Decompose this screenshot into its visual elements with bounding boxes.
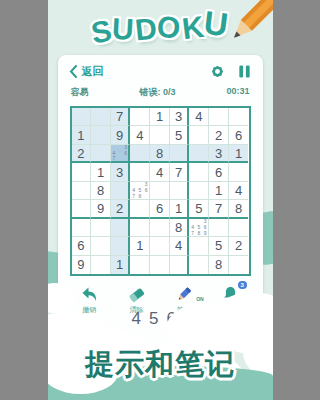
nav-bar: 返回 bbox=[58, 55, 263, 83]
cell-r5c3[interactable] bbox=[111, 182, 131, 200]
cell-r2c6[interactable]: 5 bbox=[170, 126, 190, 144]
app-title-letter: O bbox=[156, 10, 183, 46]
cell-r8c8[interactable]: 5 bbox=[209, 237, 229, 255]
numpad-digit-4[interactable]: 4 bbox=[132, 309, 141, 329]
cell-r1c1[interactable] bbox=[72, 108, 92, 126]
cell-r7c8[interactable] bbox=[209, 219, 229, 237]
sudoku-board: 7134194526234678311347683456781492615788… bbox=[70, 106, 251, 276]
cell-r6c1[interactable] bbox=[72, 200, 92, 218]
cell-r8c1[interactable]: 6 bbox=[72, 237, 92, 255]
cell-r8c3[interactable] bbox=[111, 237, 131, 255]
pencil-notes: 3456789 bbox=[189, 219, 208, 236]
cell-r2c4[interactable]: 4 bbox=[130, 126, 150, 144]
cell-r9c2[interactable] bbox=[91, 256, 111, 274]
cell-r5c6[interactable] bbox=[170, 182, 190, 200]
cell-r1c5[interactable]: 1 bbox=[150, 108, 170, 126]
cell-r3c4[interactable] bbox=[130, 145, 150, 163]
cell-r5c8[interactable]: 1 bbox=[209, 182, 229, 200]
cell-r5c1[interactable] bbox=[72, 182, 92, 200]
eraser-icon bbox=[128, 286, 145, 303]
cell-r9c4[interactable] bbox=[130, 256, 150, 274]
cell-r9c7[interactable] bbox=[189, 256, 209, 274]
cell-r7c5[interactable] bbox=[150, 219, 170, 237]
cell-r5c4[interactable]: 345678 bbox=[130, 182, 150, 200]
cell-r6c8[interactable]: 7 bbox=[209, 200, 229, 218]
sudoku-app-screen: SUDOKU 返回 bbox=[48, 0, 273, 400]
cell-r2c1[interactable]: 1 bbox=[72, 126, 92, 144]
cell-r8c4[interactable]: 1 bbox=[130, 237, 150, 255]
cell-r4c9[interactable] bbox=[229, 163, 249, 181]
cell-r2c7[interactable] bbox=[189, 126, 209, 144]
pencil-icon bbox=[175, 286, 192, 303]
cell-r1c9[interactable] bbox=[229, 108, 249, 126]
undo-icon bbox=[81, 286, 98, 303]
cell-r9c5[interactable] bbox=[150, 256, 170, 274]
hint-count-badge: 3 bbox=[238, 281, 247, 289]
cell-r8c2[interactable] bbox=[91, 237, 111, 255]
cell-r1c6[interactable]: 3 bbox=[170, 108, 190, 126]
gear-icon[interactable] bbox=[210, 64, 225, 79]
pause-button-icon[interactable] bbox=[237, 64, 252, 79]
cell-r3c3[interactable]: 3467 bbox=[111, 145, 131, 163]
timer: 00:31 bbox=[226, 86, 249, 99]
cell-r8c5[interactable] bbox=[150, 237, 170, 255]
cell-r4c3[interactable]: 3 bbox=[111, 163, 131, 181]
cell-r8c9[interactable]: 2 bbox=[229, 237, 249, 255]
cell-r7c1[interactable] bbox=[72, 219, 92, 237]
cell-r7c4[interactable] bbox=[130, 219, 150, 237]
cell-r5c7[interactable] bbox=[189, 182, 209, 200]
cell-r8c6[interactable]: 4 bbox=[170, 237, 190, 255]
cell-r6c6[interactable]: 1 bbox=[170, 200, 190, 218]
cell-r3c6[interactable] bbox=[170, 145, 190, 163]
cell-r6c9[interactable]: 8 bbox=[229, 200, 249, 218]
notes-on-badge: ON bbox=[196, 296, 204, 302]
cell-r7c3[interactable] bbox=[111, 219, 131, 237]
cell-r9c3[interactable]: 1 bbox=[111, 256, 131, 274]
mistakes-counter: 错误: 0/3 bbox=[139, 86, 175, 99]
cell-r1c3[interactable]: 7 bbox=[111, 108, 131, 126]
pencil-illustration-icon bbox=[215, 0, 273, 56]
cell-r4c6[interactable]: 7 bbox=[170, 163, 190, 181]
cell-r9c8[interactable]: 8 bbox=[209, 256, 229, 274]
cell-r9c6[interactable] bbox=[170, 256, 190, 274]
cell-r4c7[interactable] bbox=[189, 163, 209, 181]
cell-r8c7[interactable] bbox=[189, 237, 209, 255]
undo-button[interactable]: 撤销 bbox=[70, 286, 108, 315]
cell-r4c8[interactable]: 6 bbox=[209, 163, 229, 181]
cell-r1c2[interactable] bbox=[91, 108, 111, 126]
cell-r9c9[interactable] bbox=[229, 256, 249, 274]
back-label: 返回 bbox=[82, 64, 104, 79]
cell-r6c4[interactable] bbox=[130, 200, 150, 218]
cell-r2c3[interactable]: 9 bbox=[111, 126, 131, 144]
cell-r4c1[interactable] bbox=[72, 163, 92, 181]
cell-r3c1[interactable]: 2 bbox=[72, 145, 92, 163]
cell-r6c7[interactable]: 5 bbox=[189, 200, 209, 218]
cell-r3c8[interactable]: 3 bbox=[209, 145, 229, 163]
cell-r1c4[interactable] bbox=[130, 108, 150, 126]
pencil-notes: 345678 bbox=[130, 182, 149, 199]
pencil-notes: 3467 bbox=[111, 145, 129, 161]
app-title: SUDOKU bbox=[90, 6, 229, 49]
cell-r4c5[interactable]: 4 bbox=[150, 163, 170, 181]
cell-r3c5[interactable]: 8 bbox=[150, 145, 170, 163]
cell-r4c2[interactable]: 1 bbox=[91, 163, 111, 181]
cell-r7c7[interactable]: 3456789 bbox=[189, 219, 209, 237]
cell-r9c1[interactable]: 9 bbox=[72, 256, 92, 274]
cell-r3c2[interactable] bbox=[91, 145, 111, 163]
cell-r4c4[interactable] bbox=[130, 163, 150, 181]
cell-r3c9[interactable]: 1 bbox=[229, 145, 249, 163]
cell-r2c9[interactable]: 6 bbox=[229, 126, 249, 144]
app-title-letter: U bbox=[111, 12, 135, 47]
back-button[interactable]: 返回 bbox=[69, 64, 104, 79]
chevron-left-icon bbox=[69, 65, 77, 78]
cell-r7c6[interactable]: 8 bbox=[170, 219, 190, 237]
status-bar: 容易 错误: 0/3 00:31 bbox=[58, 83, 263, 99]
cell-r2c5[interactable] bbox=[150, 126, 170, 144]
cell-r7c9[interactable] bbox=[229, 219, 249, 237]
numpad-digit-5[interactable]: 5 bbox=[149, 309, 158, 329]
cell-r2c2[interactable] bbox=[91, 126, 111, 144]
difficulty-label: 容易 bbox=[71, 86, 89, 99]
cell-r3c7[interactable] bbox=[189, 145, 209, 163]
cell-r1c7[interactable]: 4 bbox=[189, 108, 209, 126]
cell-r7c2[interactable] bbox=[91, 219, 111, 237]
cell-r5c2[interactable]: 8 bbox=[91, 182, 111, 200]
cell-r6c5[interactable]: 6 bbox=[150, 200, 170, 218]
cell-r6c2[interactable]: 9 bbox=[91, 200, 111, 218]
cell-r5c5[interactable] bbox=[150, 182, 170, 200]
cell-r5c9[interactable]: 4 bbox=[229, 182, 249, 200]
cell-r6c3[interactable]: 2 bbox=[111, 200, 131, 218]
promo-banner-text: 提示和笔记 bbox=[48, 345, 273, 385]
cell-r2c8[interactable]: 2 bbox=[209, 126, 229, 144]
cell-r1c8[interactable] bbox=[209, 108, 229, 126]
